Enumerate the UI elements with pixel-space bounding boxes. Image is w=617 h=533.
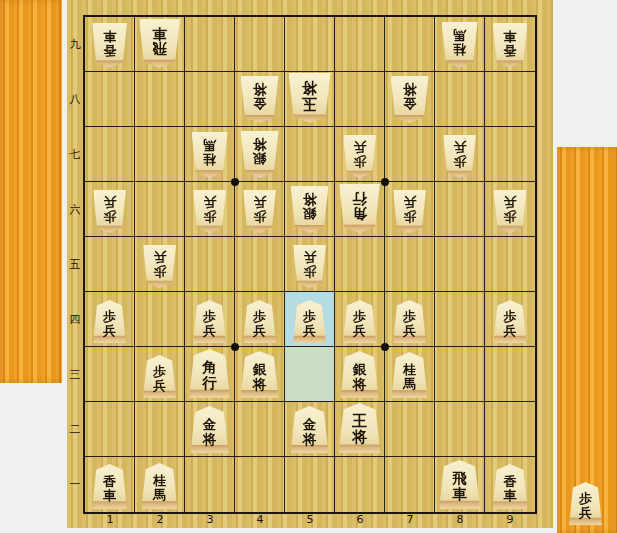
square-5一[interactable] bbox=[285, 457, 335, 512]
piece-sente-金将[interactable]: 金将 bbox=[241, 76, 279, 123]
hoshi-star-point bbox=[231, 178, 239, 186]
piece-gote-銀将[interactable]: 銀将 bbox=[341, 351, 379, 398]
piece-kanji: 歩兵 bbox=[353, 310, 366, 337]
square-1八[interactable] bbox=[85, 72, 135, 127]
piece-gote-金将[interactable]: 金将 bbox=[291, 406, 329, 453]
square-6八[interactable] bbox=[335, 72, 385, 127]
square-2一[interactable]: 桂馬 bbox=[135, 457, 185, 512]
piece-sente-金将[interactable]: 金将 bbox=[391, 76, 429, 123]
square-6五[interactable] bbox=[335, 237, 385, 292]
rank-label-六: 六 bbox=[67, 182, 83, 237]
rank-label-二: 二 bbox=[67, 402, 83, 457]
square-2七[interactable] bbox=[135, 127, 185, 182]
piece-sente-歩兵[interactable]: 歩兵 bbox=[494, 190, 527, 233]
piece-kanji: 銀将 bbox=[253, 138, 267, 166]
square-6四[interactable]: 歩兵 bbox=[335, 292, 385, 347]
piece-kanji: 銀将 bbox=[303, 193, 317, 221]
piece-sente-銀将[interactable]: 銀将 bbox=[241, 131, 279, 178]
square-4六[interactable]: 歩兵 bbox=[235, 182, 285, 237]
rank-labels: 九八七六五四三二一 bbox=[67, 17, 83, 512]
square-8三[interactable] bbox=[435, 347, 485, 402]
square-2九[interactable]: 飛車 bbox=[135, 17, 185, 72]
piece-kanji: 桂馬 bbox=[453, 29, 466, 56]
piece-kanji: 歩兵 bbox=[203, 196, 216, 223]
rank-label-四: 四 bbox=[67, 292, 83, 347]
square-8七[interactable]: 歩兵 bbox=[435, 127, 485, 182]
piece-kanji: 香車 bbox=[103, 475, 116, 502]
piece-gote-歩兵[interactable]: 歩兵 bbox=[569, 482, 602, 525]
square-3五[interactable] bbox=[185, 237, 235, 292]
file-label-8: 8 bbox=[435, 513, 485, 527]
piece-kanji: 歩兵 bbox=[353, 141, 366, 168]
square-8五[interactable] bbox=[435, 237, 485, 292]
square-8二[interactable] bbox=[435, 402, 485, 457]
square-4二[interactable] bbox=[235, 402, 285, 457]
piece-kanji: 玉将 bbox=[302, 80, 317, 111]
square-9二[interactable] bbox=[485, 402, 535, 457]
piece-gote-歩兵[interactable]: 歩兵 bbox=[494, 300, 527, 343]
file-label-2: 2 bbox=[135, 513, 185, 527]
piece-sente-香車[interactable]: 香車 bbox=[493, 23, 528, 68]
square-7八[interactable]: 金将 bbox=[385, 72, 435, 127]
square-8八[interactable] bbox=[435, 72, 485, 127]
piece-sente-歩兵[interactable]: 歩兵 bbox=[93, 190, 126, 233]
square-5八[interactable]: 玉将 bbox=[285, 72, 335, 127]
square-5五[interactable]: 歩兵 bbox=[285, 237, 335, 292]
square-1三[interactable] bbox=[85, 347, 135, 402]
square-2二[interactable] bbox=[135, 402, 185, 457]
square-1九[interactable]: 香車 bbox=[85, 17, 135, 72]
hoshi-star-point bbox=[381, 343, 389, 351]
square-4一[interactable] bbox=[235, 457, 285, 512]
piece-sente-角行[interactable]: 角行 bbox=[339, 184, 380, 233]
square-1一[interactable]: 香車 bbox=[85, 457, 135, 512]
file-label-7: 7 bbox=[385, 513, 435, 527]
piece-gote-飛車[interactable]: 飛車 bbox=[439, 460, 480, 509]
square-7七[interactable] bbox=[385, 127, 435, 182]
square-9一[interactable]: 香車 bbox=[485, 457, 535, 512]
piece-kanji: 歩兵 bbox=[103, 310, 116, 337]
piece-sente-歩兵[interactable]: 歩兵 bbox=[443, 135, 476, 178]
square-4八[interactable]: 金将 bbox=[235, 72, 285, 127]
square-5四[interactable]: 歩兵 bbox=[285, 292, 335, 347]
square-4五[interactable] bbox=[235, 237, 285, 292]
square-3六[interactable]: 歩兵 bbox=[185, 182, 235, 237]
square-1七[interactable] bbox=[85, 127, 135, 182]
square-3二[interactable]: 金将 bbox=[185, 402, 235, 457]
piece-sente-歩兵[interactable]: 歩兵 bbox=[343, 135, 376, 178]
rank-label-九: 九 bbox=[67, 17, 83, 72]
piece-kanji: 飛車 bbox=[152, 26, 167, 56]
piece-gote-桂馬[interactable]: 桂馬 bbox=[142, 463, 178, 509]
square-7五[interactable] bbox=[385, 237, 435, 292]
piece-sente-銀将[interactable]: 銀将 bbox=[291, 186, 329, 233]
square-8六[interactable] bbox=[435, 182, 485, 237]
file-label-9: 9 bbox=[485, 513, 535, 527]
piece-sente-香車[interactable]: 香車 bbox=[92, 23, 127, 68]
piece-kanji: 歩兵 bbox=[403, 196, 416, 223]
square-9三[interactable] bbox=[485, 347, 535, 402]
square-3九[interactable] bbox=[185, 17, 235, 72]
piece-gote-歩兵[interactable]: 歩兵 bbox=[293, 300, 326, 343]
piece-gote-歩兵[interactable]: 歩兵 bbox=[143, 355, 176, 398]
square-2八[interactable] bbox=[135, 72, 185, 127]
square-1二[interactable] bbox=[85, 402, 135, 457]
square-1五[interactable] bbox=[85, 237, 135, 292]
square-9九[interactable]: 香車 bbox=[485, 17, 535, 72]
piece-kanji: 香車 bbox=[504, 30, 517, 57]
square-6三[interactable]: 銀将 bbox=[335, 347, 385, 402]
piece-kanji: 銀将 bbox=[353, 362, 367, 390]
piece-sente-桂馬[interactable]: 桂馬 bbox=[192, 132, 228, 178]
piece-kanji: 歩兵 bbox=[303, 310, 316, 337]
piece-gote-歩兵[interactable]: 歩兵 bbox=[193, 300, 226, 343]
piece-sente-歩兵[interactable]: 歩兵 bbox=[193, 190, 226, 233]
piece-kanji: 歩兵 bbox=[303, 251, 316, 278]
piece-kanji: 香車 bbox=[504, 475, 517, 502]
rank-label-七: 七 bbox=[67, 127, 83, 182]
square-8一[interactable]: 飛車 bbox=[435, 457, 485, 512]
square-5七[interactable] bbox=[285, 127, 335, 182]
piece-sente-飛車[interactable]: 飛車 bbox=[139, 19, 180, 68]
piece-kanji: 歩兵 bbox=[403, 310, 416, 337]
square-3八[interactable] bbox=[185, 72, 235, 127]
file-label-6: 6 bbox=[335, 513, 385, 527]
rank-label-八: 八 bbox=[67, 72, 83, 127]
piece-sente-歩兵[interactable]: 歩兵 bbox=[243, 190, 276, 233]
square-2四[interactable] bbox=[135, 292, 185, 347]
rank-label-三: 三 bbox=[67, 347, 83, 402]
piece-kanji: 歩兵 bbox=[103, 196, 116, 223]
square-7六[interactable]: 歩兵 bbox=[385, 182, 435, 237]
piece-kanji: 歩兵 bbox=[153, 251, 166, 278]
square-3四[interactable]: 歩兵 bbox=[185, 292, 235, 347]
square-6九[interactable] bbox=[335, 17, 385, 72]
square-6一[interactable] bbox=[335, 457, 385, 512]
piece-gote-歩兵[interactable]: 歩兵 bbox=[343, 300, 376, 343]
piece-kanji: 歩兵 bbox=[153, 365, 166, 392]
rank-label-一: 一 bbox=[67, 457, 83, 512]
piece-sente-玉将[interactable]: 玉将 bbox=[289, 73, 331, 123]
square-7二[interactable] bbox=[385, 402, 435, 457]
shogi-board-panel: 九八七六五四三二一 香車飛車桂馬香車金将玉将金将桂馬銀将歩兵歩兵歩兵歩兵歩兵銀将… bbox=[67, 0, 553, 528]
square-4四[interactable]: 歩兵 bbox=[235, 292, 285, 347]
square-9七[interactable] bbox=[485, 127, 535, 182]
square-3七[interactable]: 桂馬 bbox=[185, 127, 235, 182]
piece-kanji: 歩兵 bbox=[504, 310, 517, 337]
square-5三[interactable] bbox=[285, 347, 335, 402]
square-2三[interactable]: 歩兵 bbox=[135, 347, 185, 402]
square-1四[interactable]: 歩兵 bbox=[85, 292, 135, 347]
komadai-right: 歩兵 bbox=[557, 147, 617, 533]
square-2五[interactable]: 歩兵 bbox=[135, 237, 185, 292]
file-label-5: 5 bbox=[285, 513, 335, 527]
square-9六[interactable]: 歩兵 bbox=[485, 182, 535, 237]
piece-gote-香車[interactable]: 香車 bbox=[92, 464, 127, 509]
piece-gote-桂馬[interactable]: 桂馬 bbox=[392, 352, 428, 398]
piece-gote-香車[interactable]: 香車 bbox=[493, 464, 528, 509]
piece-kanji: 金将 bbox=[303, 417, 317, 445]
piece-kanji: 歩兵 bbox=[504, 196, 517, 223]
piece-gote-歩兵[interactable]: 歩兵 bbox=[393, 300, 426, 343]
komadai-left bbox=[0, 0, 62, 383]
piece-kanji: 飛車 bbox=[452, 471, 467, 501]
square-1六[interactable]: 歩兵 bbox=[85, 182, 135, 237]
piece-kanji: 角行 bbox=[352, 191, 367, 221]
square-4七[interactable]: 銀将 bbox=[235, 127, 285, 182]
piece-gote-角行[interactable]: 角行 bbox=[189, 349, 230, 398]
square-4三[interactable]: 銀将 bbox=[235, 347, 285, 402]
piece-kanji: 香車 bbox=[103, 30, 116, 57]
piece-kanji: 王将 bbox=[352, 414, 367, 445]
square-7九[interactable] bbox=[385, 17, 435, 72]
square-5六[interactable]: 銀将 bbox=[285, 182, 335, 237]
square-8九[interactable]: 桂馬 bbox=[435, 17, 485, 72]
piece-kanji: 銀将 bbox=[253, 362, 267, 390]
piece-sente-桂馬[interactable]: 桂馬 bbox=[442, 22, 478, 68]
piece-sente-歩兵[interactable]: 歩兵 bbox=[393, 190, 426, 233]
square-6七[interactable]: 歩兵 bbox=[335, 127, 385, 182]
board-grid: 香車飛車桂馬香車金将玉将金将桂馬銀将歩兵歩兵歩兵歩兵歩兵銀将角行歩兵歩兵歩兵歩兵… bbox=[83, 15, 537, 514]
piece-kanji: 角行 bbox=[202, 360, 217, 390]
file-label-4: 4 bbox=[235, 513, 285, 527]
square-6六[interactable]: 角行 bbox=[335, 182, 385, 237]
piece-kanji: 桂馬 bbox=[203, 139, 216, 166]
piece-kanji: 桂馬 bbox=[403, 363, 416, 390]
hoshi-star-point bbox=[231, 343, 239, 351]
rank-label-五: 五 bbox=[67, 237, 83, 292]
piece-kanji: 歩兵 bbox=[253, 310, 266, 337]
square-6二[interactable]: 王将 bbox=[335, 402, 385, 457]
piece-kanji: 金将 bbox=[203, 417, 217, 445]
piece-kanji: 歩兵 bbox=[203, 310, 216, 337]
square-9八[interactable] bbox=[485, 72, 535, 127]
square-3三[interactable]: 角行 bbox=[185, 347, 235, 402]
file-label-3: 3 bbox=[185, 513, 235, 527]
square-9四[interactable]: 歩兵 bbox=[485, 292, 535, 347]
piece-gote-歩兵[interactable]: 歩兵 bbox=[243, 300, 276, 343]
square-7四[interactable]: 歩兵 bbox=[385, 292, 435, 347]
piece-gote-金将[interactable]: 金将 bbox=[191, 406, 229, 453]
piece-kanji: 桂馬 bbox=[153, 474, 166, 501]
square-2六[interactable] bbox=[135, 182, 185, 237]
piece-gote-王将[interactable]: 王将 bbox=[339, 403, 381, 453]
square-9五[interactable] bbox=[485, 237, 535, 292]
piece-kanji: 金将 bbox=[403, 83, 417, 111]
piece-kanji: 歩兵 bbox=[453, 141, 466, 168]
square-8四[interactable] bbox=[435, 292, 485, 347]
piece-kanji: 歩兵 bbox=[253, 196, 266, 223]
piece-sente-歩兵[interactable]: 歩兵 bbox=[143, 245, 176, 288]
piece-gote-銀将[interactable]: 銀将 bbox=[241, 351, 279, 398]
square-5二[interactable]: 金将 bbox=[285, 402, 335, 457]
square-7三[interactable]: 桂馬 bbox=[385, 347, 435, 402]
file-label-1: 1 bbox=[85, 513, 135, 527]
piece-kanji: 歩兵 bbox=[579, 492, 592, 519]
square-3一[interactable] bbox=[185, 457, 235, 512]
square-4九[interactable] bbox=[235, 17, 285, 72]
square-5九[interactable] bbox=[285, 17, 335, 72]
file-labels: 123456789 bbox=[85, 513, 535, 527]
piece-kanji: 金将 bbox=[253, 83, 267, 111]
piece-sente-歩兵[interactable]: 歩兵 bbox=[293, 245, 326, 288]
square-7一[interactable] bbox=[385, 457, 435, 512]
hoshi-star-point bbox=[381, 178, 389, 186]
piece-gote-歩兵[interactable]: 歩兵 bbox=[93, 300, 126, 343]
